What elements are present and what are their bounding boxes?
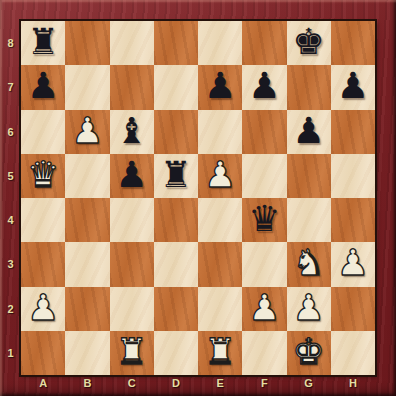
square-f1[interactable]	[242, 331, 286, 375]
square-b2[interactable]	[65, 287, 109, 331]
black-pawn-piece[interactable]: ♟	[115, 153, 147, 197]
white-rook-piece[interactable]: ♜	[204, 330, 236, 374]
square-e3[interactable]	[198, 242, 242, 286]
black-king-piece[interactable]: ♚	[292, 20, 324, 64]
square-f6[interactable]	[242, 110, 286, 154]
square-f3[interactable]	[242, 242, 286, 286]
rank-label-8: 8	[0, 21, 21, 65]
square-c7[interactable]	[110, 65, 154, 109]
square-e8[interactable]	[198, 21, 242, 65]
rank-label-1: 1	[0, 331, 21, 375]
rank-labels: 87654321	[0, 21, 21, 375]
square-d5[interactable]: ♜	[154, 154, 198, 198]
white-pawn-piece[interactable]: ♟	[292, 286, 324, 330]
file-label-d: D	[154, 372, 198, 394]
square-c3[interactable]	[110, 242, 154, 286]
square-a1[interactable]	[21, 331, 65, 375]
chess-board: ♜♚♟♟♟♟♟♝♟♛♟♜♟♛♞♟♟♟♟♜♜♚	[21, 21, 375, 375]
rank-label-4: 4	[0, 198, 21, 242]
square-b8[interactable]	[65, 21, 109, 65]
square-b1[interactable]	[65, 331, 109, 375]
rank-label-6: 6	[0, 110, 21, 154]
square-b7[interactable]	[65, 65, 109, 109]
white-rook-piece[interactable]: ♜	[115, 330, 147, 374]
square-d1[interactable]	[154, 331, 198, 375]
square-b6[interactable]: ♟	[65, 110, 109, 154]
square-h2[interactable]	[331, 287, 375, 331]
square-g2[interactable]: ♟	[287, 287, 331, 331]
square-a3[interactable]	[21, 242, 65, 286]
white-pawn-piece[interactable]: ♟	[248, 286, 280, 330]
square-d3[interactable]	[154, 242, 198, 286]
square-e7[interactable]: ♟	[198, 65, 242, 109]
square-a5[interactable]: ♛	[21, 154, 65, 198]
square-b5[interactable]	[65, 154, 109, 198]
square-g4[interactable]	[287, 198, 331, 242]
rank-label-3: 3	[0, 242, 21, 286]
square-e1[interactable]: ♜	[198, 331, 242, 375]
square-h5[interactable]	[331, 154, 375, 198]
white-queen-piece[interactable]: ♛	[27, 153, 59, 197]
file-label-c: C	[110, 372, 154, 394]
square-g5[interactable]	[287, 154, 331, 198]
square-f2[interactable]: ♟	[242, 287, 286, 331]
square-c4[interactable]	[110, 198, 154, 242]
black-pawn-piece[interactable]: ♟	[337, 64, 369, 108]
square-a8[interactable]: ♜	[21, 21, 65, 65]
square-f5[interactable]	[242, 154, 286, 198]
square-c1[interactable]: ♜	[110, 331, 154, 375]
square-e6[interactable]	[198, 110, 242, 154]
black-queen-piece[interactable]: ♛	[248, 197, 280, 241]
square-g1[interactable]: ♚	[287, 331, 331, 375]
square-h3[interactable]: ♟	[331, 242, 375, 286]
square-f8[interactable]	[242, 21, 286, 65]
square-a2[interactable]: ♟	[21, 287, 65, 331]
square-c8[interactable]	[110, 21, 154, 65]
square-a7[interactable]: ♟	[21, 65, 65, 109]
white-pawn-piece[interactable]: ♟	[204, 153, 236, 197]
square-c6[interactable]: ♝	[110, 110, 154, 154]
white-king-piece[interactable]: ♚	[292, 330, 324, 374]
square-f4[interactable]: ♛	[242, 198, 286, 242]
square-f7[interactable]: ♟	[242, 65, 286, 109]
black-rook-piece[interactable]: ♜	[160, 153, 192, 197]
square-d6[interactable]	[154, 110, 198, 154]
file-labels: ABCDEFGH	[21, 372, 375, 394]
square-a6[interactable]	[21, 110, 65, 154]
white-pawn-piece[interactable]: ♟	[27, 286, 59, 330]
black-pawn-piece[interactable]: ♟	[27, 64, 59, 108]
square-h6[interactable]	[331, 110, 375, 154]
file-label-f: F	[242, 372, 286, 394]
black-pawn-piece[interactable]: ♟	[248, 64, 280, 108]
square-g8[interactable]: ♚	[287, 21, 331, 65]
rank-label-2: 2	[0, 287, 21, 331]
square-d2[interactable]	[154, 287, 198, 331]
white-pawn-piece[interactable]: ♟	[71, 109, 103, 153]
square-e2[interactable]	[198, 287, 242, 331]
file-label-b: B	[65, 372, 109, 394]
square-h8[interactable]	[331, 21, 375, 65]
black-rook-piece[interactable]: ♜	[27, 20, 59, 64]
black-pawn-piece[interactable]: ♟	[204, 64, 236, 108]
square-c5[interactable]: ♟	[110, 154, 154, 198]
white-knight-piece[interactable]: ♞	[292, 241, 324, 285]
file-label-g: G	[287, 372, 331, 394]
black-bishop-piece[interactable]: ♝	[115, 109, 147, 153]
square-e5[interactable]: ♟	[198, 154, 242, 198]
square-c2[interactable]	[110, 287, 154, 331]
square-d4[interactable]	[154, 198, 198, 242]
rank-label-7: 7	[0, 65, 21, 109]
square-a4[interactable]	[21, 198, 65, 242]
square-g6[interactable]: ♟	[287, 110, 331, 154]
chess-board-frame: 87654321 ABCDEFGH ♜♚♟♟♟♟♟♝♟♛♟♜♟♛♞♟♟♟♟♜♜♚	[0, 0, 396, 396]
square-b3[interactable]	[65, 242, 109, 286]
file-label-h: H	[331, 372, 375, 394]
white-pawn-piece[interactable]: ♟	[337, 241, 369, 285]
rank-label-5: 5	[0, 154, 21, 198]
file-label-a: A	[21, 372, 65, 394]
file-label-e: E	[198, 372, 242, 394]
black-pawn-piece[interactable]: ♟	[292, 109, 324, 153]
square-d7[interactable]	[154, 65, 198, 109]
square-g7[interactable]	[287, 65, 331, 109]
square-d8[interactable]	[154, 21, 198, 65]
square-h7[interactable]: ♟	[331, 65, 375, 109]
square-g3[interactable]: ♞	[287, 242, 331, 286]
square-h4[interactable]	[331, 198, 375, 242]
square-h1[interactable]	[331, 331, 375, 375]
square-b4[interactable]	[65, 198, 109, 242]
square-e4[interactable]	[198, 198, 242, 242]
